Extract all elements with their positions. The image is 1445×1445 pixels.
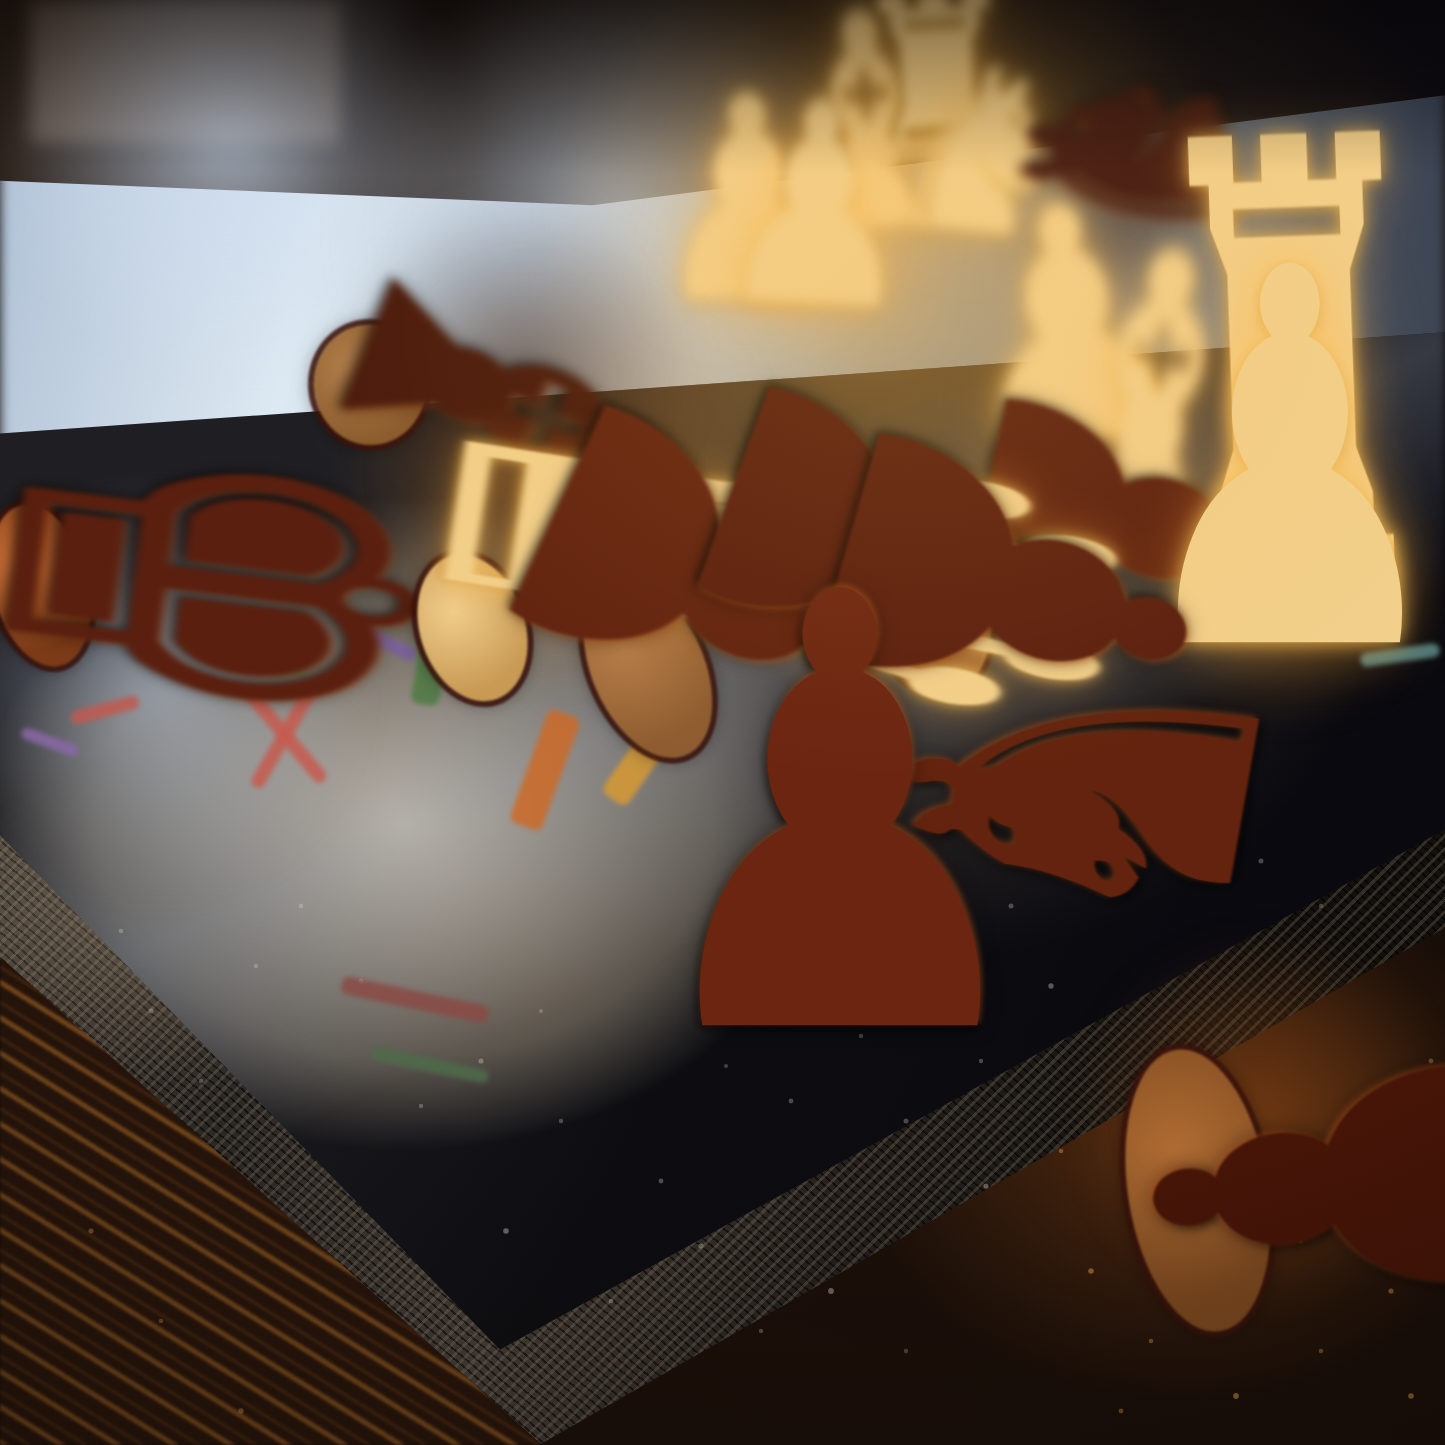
background-furniture-panel (30, 0, 340, 142)
dark-pawn-glyph: ♟ (1087, 1005, 1445, 1366)
dark-pawn-glyph: ♟ (630, 518, 1050, 1118)
chess-photo-scene: ♜♞♟♟♝♟♝♛♜♟♚♝♞♟♟♟♟♟♞♟ (0, 0, 1445, 1445)
light-pawn-glyph: ♟ (710, 61, 925, 351)
